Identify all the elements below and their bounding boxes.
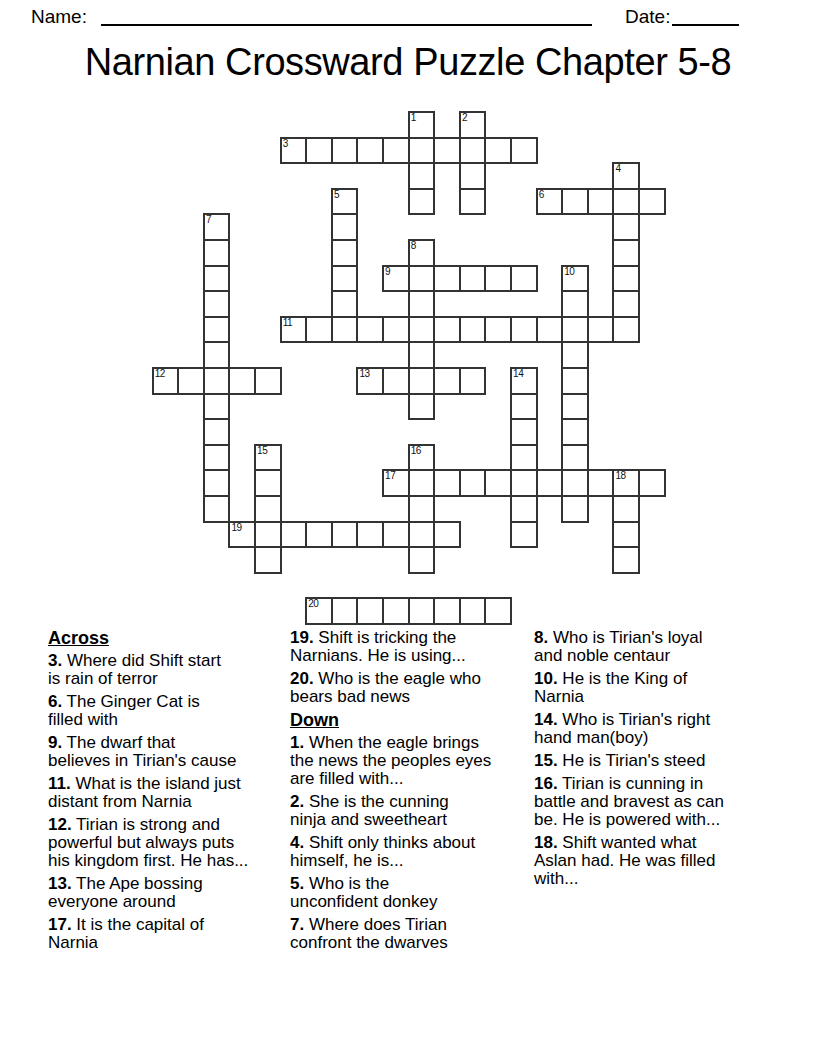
grid-cell[interactable] — [536, 469, 564, 497]
grid-cell[interactable]: 11 — [280, 316, 308, 344]
grid-cell[interactable] — [331, 137, 359, 165]
grid-cell[interactable] — [254, 495, 282, 523]
grid-cell[interactable] — [203, 418, 231, 446]
grid-cell[interactable] — [484, 469, 512, 497]
grid-cell[interactable] — [510, 521, 538, 549]
cell-number: 6 — [539, 189, 544, 200]
grid-cell[interactable] — [203, 393, 231, 421]
grid-cell[interactable] — [459, 316, 487, 344]
clue-number: 12. — [48, 815, 72, 834]
grid-cell[interactable] — [305, 521, 333, 549]
grid-cell[interactable] — [305, 316, 333, 344]
grid-cell[interactable] — [203, 316, 231, 344]
clue-number: 20. — [290, 669, 314, 688]
grid-cell[interactable] — [382, 137, 410, 165]
grid-cell[interactable] — [331, 239, 359, 267]
clues-column-2: 19. Shift is tricking theNarnians. He is… — [290, 629, 536, 957]
clue-6: 6. The Ginger Cat isfilled with — [48, 693, 293, 729]
cell-number: 2 — [462, 112, 467, 123]
name-blank-line — [101, 7, 592, 26]
clue-19: 19. Shift is tricking theNarnians. He is… — [290, 629, 536, 665]
grid-cell[interactable] — [561, 418, 589, 446]
grid-cell[interactable] — [561, 316, 589, 344]
grid-cell[interactable] — [203, 265, 231, 293]
grid-cell[interactable]: 6 — [536, 188, 564, 216]
grid-cell[interactable] — [408, 546, 436, 574]
clue-1: 1. When the eagle bringsthe news the peo… — [290, 734, 536, 788]
grid-cell[interactable] — [587, 188, 615, 216]
grid-cell[interactable] — [331, 316, 359, 344]
grid-cell[interactable] — [331, 213, 359, 241]
cell-number: 4 — [615, 163, 620, 174]
cell-number: 15 — [257, 445, 267, 456]
grid-cell[interactable] — [510, 265, 538, 293]
grid-cell[interactable]: 9 — [382, 265, 410, 293]
grid-cell[interactable] — [254, 521, 282, 549]
cell-number: 18 — [615, 470, 625, 481]
cell-number: 14 — [513, 368, 523, 379]
clue-14: 14. Who is Tirian's righthand man(boy) — [534, 711, 774, 747]
grid-cell[interactable] — [510, 418, 538, 446]
clue-number: 6. — [48, 692, 62, 711]
grid-cell[interactable]: 8 — [408, 239, 436, 267]
grid-cell[interactable]: 18 — [612, 469, 640, 497]
grid-cell[interactable] — [433, 316, 461, 344]
worksheet-page: Name: Date: Narnian Crossward Puzzle Cha… — [0, 0, 816, 1056]
clue-number: 8. — [534, 628, 548, 647]
clues-column-1: Across3. Where did Shift startis rain of… — [48, 629, 293, 957]
grid-cell[interactable] — [356, 597, 384, 625]
grid-cell[interactable] — [280, 521, 308, 549]
clue-16: 16. Tirian is cunning inbattle and brave… — [534, 775, 774, 829]
clue-number: 19. — [290, 628, 314, 647]
clue-number: 7. — [290, 915, 304, 934]
grid-cell[interactable] — [612, 213, 640, 241]
grid-cell[interactable]: 7 — [203, 213, 231, 241]
grid-cell[interactable] — [331, 265, 359, 293]
cell-number: 5 — [334, 189, 339, 200]
grid-cell[interactable]: 4 — [612, 162, 640, 190]
grid-cell[interactable] — [612, 290, 640, 318]
clue-number: 3. — [48, 651, 62, 670]
clue-18: 18. Shift wanted whatAslan had. He was f… — [534, 834, 774, 888]
grid-cell[interactable] — [459, 162, 487, 190]
grid-cell[interactable] — [177, 367, 205, 395]
cell-number: 17 — [385, 470, 395, 481]
clue-number: 1. — [290, 733, 304, 752]
grid-cell[interactable] — [203, 290, 231, 318]
grid-cell[interactable] — [484, 316, 512, 344]
grid-cell[interactable] — [561, 290, 589, 318]
grid-cell[interactable]: 16 — [408, 444, 436, 472]
grid-cell[interactable] — [510, 495, 538, 523]
grid-cell[interactable] — [203, 367, 231, 395]
clue-number: 10. — [534, 669, 558, 688]
grid-cell[interactable] — [408, 290, 436, 318]
grid-cell[interactable] — [408, 265, 436, 293]
grid-cell[interactable] — [433, 137, 461, 165]
grid-cell[interactable] — [203, 239, 231, 267]
page-title: Narnian Crossward Puzzle Chapter 5-8 — [0, 42, 816, 84]
grid-cell[interactable] — [561, 469, 589, 497]
grid-cell[interactable]: 14 — [510, 367, 538, 395]
clue-3: 3. Where did Shift startis rain of terro… — [48, 652, 293, 688]
grid-cell[interactable] — [510, 393, 538, 421]
clue-number: 17. — [48, 915, 72, 934]
grid-cell[interactable] — [408, 495, 436, 523]
clue-number: 14. — [534, 710, 558, 729]
date-blank-line — [672, 7, 739, 26]
grid-cell[interactable] — [408, 316, 436, 344]
cell-number: 11 — [283, 317, 292, 328]
grid-cell[interactable] — [433, 367, 461, 395]
grid-cell[interactable] — [459, 137, 487, 165]
grid-cell[interactable] — [408, 137, 436, 165]
grid-cell[interactable]: 13 — [356, 367, 384, 395]
clue-17: 17. It is the capital ofNarnia — [48, 916, 293, 952]
clue-8: 8. Who is Tirian's loyaland noble centau… — [534, 629, 774, 665]
grid-cell[interactable] — [561, 188, 589, 216]
clue-9: 9. The dwarf thatbelieves in Tirian's ca… — [48, 734, 293, 770]
grid-cell[interactable] — [382, 521, 410, 549]
grid-cell[interactable] — [561, 495, 589, 523]
clue-13: 13. The Ape bossingeveryone around — [48, 875, 293, 911]
grid-cell[interactable] — [459, 367, 487, 395]
grid-cell[interactable] — [382, 367, 410, 395]
grid-cell[interactable] — [561, 341, 589, 369]
grid-cell[interactable] — [408, 521, 436, 549]
grid-cell[interactable] — [203, 469, 231, 497]
grid-cell[interactable] — [408, 188, 436, 216]
grid-cell[interactable] — [510, 444, 538, 472]
clue-number: 11. — [48, 774, 71, 793]
grid-cell[interactable]: 5 — [331, 188, 359, 216]
grid-cell[interactable] — [408, 341, 436, 369]
cell-number: 20 — [308, 598, 318, 609]
grid-cell[interactable] — [459, 469, 487, 497]
grid-cell[interactable] — [408, 162, 436, 190]
grid-cell[interactable] — [433, 469, 461, 497]
name-label: Name: — [31, 7, 87, 27]
grid-cell[interactable] — [356, 316, 384, 344]
grid-cell[interactable] — [612, 265, 640, 293]
clue-number: 18. — [534, 833, 558, 852]
grid-cell[interactable] — [254, 367, 282, 395]
across-header: Across — [48, 629, 293, 647]
cell-number: 10 — [564, 266, 574, 277]
grid-cell[interactable] — [331, 290, 359, 318]
grid-cell[interactable] — [331, 597, 359, 625]
clue-11: 11. What is the island justdistant from … — [48, 775, 293, 811]
grid-cell[interactable] — [382, 316, 410, 344]
clue-20: 20. Who is the eagle whobears bad news — [290, 670, 536, 706]
grid-cell[interactable] — [612, 316, 640, 344]
grid-cell[interactable]: 3 — [280, 137, 308, 165]
grid-cell[interactable] — [484, 597, 512, 625]
clue-number: 16. — [534, 774, 558, 793]
grid-cell[interactable] — [612, 495, 640, 523]
clue-4: 4. Shift only thinks abouthimself, he is… — [290, 834, 536, 870]
grid-cell[interactable] — [638, 469, 666, 497]
grid-cell[interactable] — [459, 597, 487, 625]
cell-number: 16 — [411, 445, 421, 456]
grid-cell[interactable] — [536, 316, 564, 344]
grid-cell[interactable] — [408, 393, 436, 421]
grid-cell[interactable]: 17 — [382, 469, 410, 497]
grid-cell[interactable]: 12 — [152, 367, 180, 395]
grid-cell[interactable]: 19 — [228, 521, 256, 549]
grid-cell[interactable]: 2 — [459, 111, 487, 139]
clue-number: 5. — [290, 874, 304, 893]
grid-cell[interactable] — [484, 137, 512, 165]
grid-cell[interactable]: 1 — [408, 111, 436, 139]
grid-cell[interactable] — [459, 188, 487, 216]
grid-cell[interactable] — [408, 597, 436, 625]
grid-cell[interactable] — [254, 469, 282, 497]
grid-cell[interactable] — [203, 444, 231, 472]
grid-cell[interactable] — [484, 265, 512, 293]
cell-number: 12 — [155, 368, 165, 379]
grid-cell[interactable] — [433, 597, 461, 625]
grid-cell[interactable] — [561, 444, 589, 472]
grid-cell[interactable] — [510, 469, 538, 497]
grid-cell[interactable]: 20 — [305, 597, 333, 625]
clue-number: 15. — [534, 751, 558, 770]
clue-number: 2. — [290, 792, 304, 811]
grid-cell[interactable] — [203, 341, 231, 369]
grid-cell[interactable] — [228, 367, 256, 395]
grid-cell[interactable] — [587, 316, 615, 344]
grid-cell[interactable] — [408, 367, 436, 395]
crossword-grid: 1234567891011121314151617181920 — [152, 111, 666, 625]
grid-cell[interactable] — [331, 521, 359, 549]
cell-number: 1 — [411, 112, 416, 123]
down-header: Down — [290, 711, 536, 729]
grid-cell[interactable] — [612, 188, 640, 216]
grid-cell[interactable] — [382, 597, 410, 625]
cell-number: 3 — [283, 138, 288, 149]
clue-5: 5. Who is theunconfident donkey — [290, 875, 536, 911]
clue-12: 12. Tirian is strong andpowerful but alw… — [48, 816, 293, 870]
grid-cell[interactable] — [203, 495, 231, 523]
grid-cell[interactable] — [612, 239, 640, 267]
date-label: Date: — [625, 7, 670, 27]
grid-cell[interactable] — [510, 316, 538, 344]
cell-number: 8 — [411, 240, 416, 251]
grid-cell[interactable] — [587, 469, 615, 497]
clue-10: 10. He is the King ofNarnia — [534, 670, 774, 706]
grid-cell[interactable] — [561, 393, 589, 421]
clue-number: 13. — [48, 874, 72, 893]
grid-cell[interactable] — [408, 469, 436, 497]
grid-cell[interactable] — [433, 265, 461, 293]
grid-cell[interactable] — [356, 137, 384, 165]
grid-cell[interactable] — [612, 521, 640, 549]
cell-number: 7 — [206, 214, 211, 225]
clue-number: 4. — [290, 833, 304, 852]
clue-7: 7. Where does Tirianconfront the dwarves — [290, 916, 536, 952]
grid-cell[interactable] — [612, 546, 640, 574]
cell-number: 19 — [231, 522, 241, 533]
clues-column-3: 8. Who is Tirian's loyaland noble centau… — [534, 629, 774, 893]
cell-number: 13 — [359, 368, 369, 379]
grid-cell[interactable] — [638, 188, 666, 216]
grid-cell[interactable] — [459, 265, 487, 293]
clue-2: 2. She is the cunningninja and sweethear… — [290, 793, 536, 829]
clue-15: 15. He is Tirian's steed — [534, 752, 774, 770]
grid-cell[interactable]: 10 — [561, 265, 589, 293]
grid-cell[interactable] — [561, 367, 589, 395]
grid-cell[interactable] — [356, 521, 384, 549]
grid-cell[interactable]: 15 — [254, 444, 282, 472]
clue-number: 9. — [48, 733, 62, 752]
grid-cell[interactable] — [305, 137, 333, 165]
grid-cell[interactable] — [510, 137, 538, 165]
grid-cell[interactable] — [433, 521, 461, 549]
grid-cell[interactable] — [254, 546, 282, 574]
cell-number: 9 — [385, 266, 390, 277]
